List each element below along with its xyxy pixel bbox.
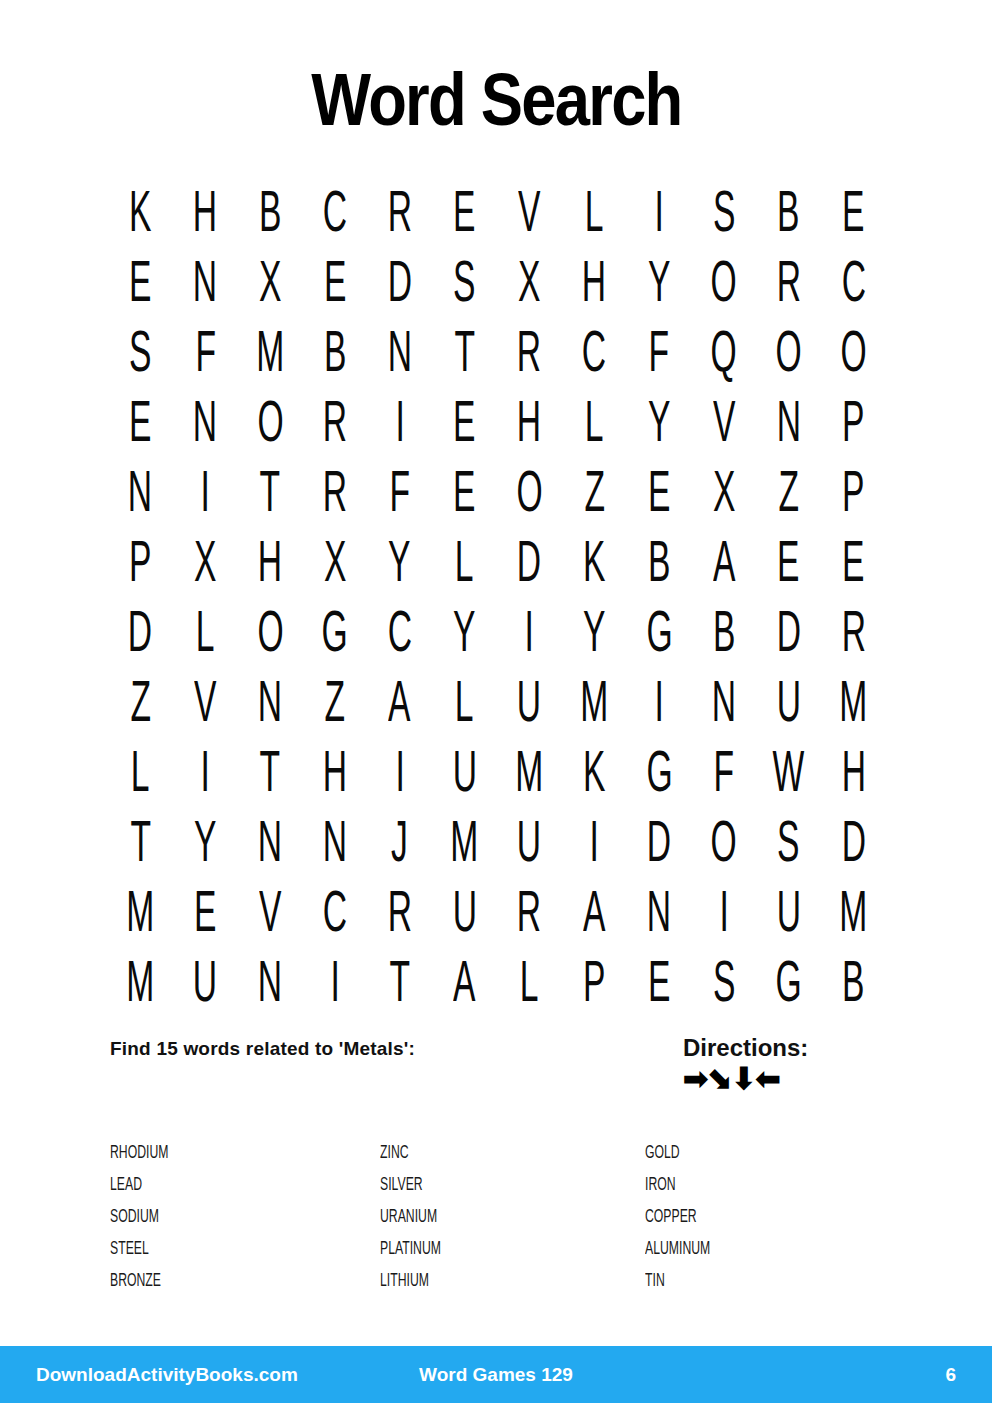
grid-letter: U	[452, 742, 476, 800]
arrow-down-icon: ⬇	[731, 1064, 755, 1094]
grid-letter: N	[388, 322, 412, 380]
grid-cell-l2: C	[821, 246, 886, 316]
grid-letter: I	[330, 952, 339, 1010]
grid-cell-h12: P	[562, 946, 627, 1016]
grid-letter: N	[647, 882, 671, 940]
word-item-steel: STEEL	[110, 1233, 380, 1265]
grid-cell-a3: S	[108, 316, 173, 386]
grid-letter: V	[194, 672, 216, 730]
grid-cell-d10: N	[303, 806, 368, 876]
word-item-zinc: ZINC	[380, 1136, 645, 1168]
word-label: GOLD	[645, 1142, 680, 1163]
grid-letter: O	[840, 322, 866, 380]
grid-letter: S	[778, 812, 800, 870]
grid-letter: S	[713, 952, 735, 1010]
grid-cell-l8: M	[821, 666, 886, 736]
grid-letter: N	[777, 392, 801, 450]
grid-letter: M	[451, 812, 479, 870]
grid-cell-k5: Z	[756, 456, 821, 526]
grid-letter: G	[646, 602, 672, 660]
grid-cell-d5: R	[303, 456, 368, 526]
grid-cell-j4: V	[692, 386, 757, 456]
grid-cell-j9: F	[692, 736, 757, 806]
grid-cell-f6: L	[432, 526, 497, 596]
grid-letter: M	[126, 882, 154, 940]
grid-letter: F	[714, 742, 735, 800]
grid-letter: I	[654, 182, 663, 240]
grid-cell-k11: U	[756, 876, 821, 946]
grid-cell-d6: X	[303, 526, 368, 596]
grid-cell-e4: I	[367, 386, 432, 456]
grid-letter: P	[842, 462, 864, 520]
word-label: ALUMINUM	[645, 1238, 710, 1259]
grid-cell-d3: B	[303, 316, 368, 386]
grid-letter: N	[323, 812, 347, 870]
grid-cell-f2: S	[432, 246, 497, 316]
grid-cell-f1: E	[432, 176, 497, 246]
grid-cell-h11: A	[562, 876, 627, 946]
grid-cell-e7: C	[367, 596, 432, 666]
grid-letter: I	[525, 602, 534, 660]
grid-cell-a8: Z	[108, 666, 173, 736]
grid-letter: L	[131, 742, 150, 800]
footer-bar: DownloadActivityBooks.com Word Games 129…	[0, 1346, 992, 1403]
grid-cell-f12: A	[432, 946, 497, 1016]
grid-cell-a11: M	[108, 876, 173, 946]
grid-letter: U	[517, 672, 541, 730]
grid-cell-l9: H	[821, 736, 886, 806]
grid-letter: Z	[778, 462, 799, 520]
grid-letter: N	[193, 252, 217, 310]
grid-letter: T	[130, 812, 151, 870]
grid-cell-i4: Y	[627, 386, 692, 456]
grid-letter: E	[453, 392, 475, 450]
grid-letter: B	[778, 182, 800, 240]
grid-cell-e5: F	[367, 456, 432, 526]
grid-letter: E	[648, 462, 670, 520]
grid-letter: Z	[325, 672, 346, 730]
word-label: PLATINUM	[380, 1238, 441, 1259]
grid-cell-a5: N	[108, 456, 173, 526]
grid-letter: B	[324, 322, 346, 380]
word-label: COPPER	[645, 1206, 697, 1227]
grid-letter: M	[256, 322, 284, 380]
grid-cell-b11: E	[173, 876, 238, 946]
word-label: TIN	[645, 1270, 665, 1291]
grid-letter: A	[583, 882, 605, 940]
grid-cell-l5: P	[821, 456, 886, 526]
grid-cell-k2: R	[756, 246, 821, 316]
grid-cell-f8: L	[432, 666, 497, 736]
grid-cell-f9: U	[432, 736, 497, 806]
grid-cell-a6: P	[108, 526, 173, 596]
grid-cell-h2: H	[562, 246, 627, 316]
grid-letter: H	[517, 392, 541, 450]
grid-cell-i3: F	[627, 316, 692, 386]
grid-letter: B	[842, 952, 864, 1010]
grid-letter: H	[323, 742, 347, 800]
grid-letter: R	[517, 882, 541, 940]
grid-letter: U	[517, 812, 541, 870]
word-item-tin: TIN	[645, 1265, 890, 1297]
grid-letter: E	[778, 532, 800, 590]
grid-letter: R	[388, 882, 412, 940]
grid-cell-j2: O	[692, 246, 757, 316]
grid-cell-a2: E	[108, 246, 173, 316]
grid-letter: Q	[711, 322, 737, 380]
grid-cell-i11: N	[627, 876, 692, 946]
grid-cell-k6: E	[756, 526, 821, 596]
grid-cell-j3: Q	[692, 316, 757, 386]
grid-letter: I	[654, 672, 663, 730]
grid-cell-d1: C	[303, 176, 368, 246]
grid-cell-e8: A	[367, 666, 432, 736]
grid-cell-c4: O	[238, 386, 303, 456]
grid-cell-h3: C	[562, 316, 627, 386]
grid-cell-e3: N	[367, 316, 432, 386]
grid-letter: E	[453, 462, 475, 520]
grid-letter: D	[647, 812, 671, 870]
grid-cell-c2: X	[238, 246, 303, 316]
grid-cell-e11: R	[367, 876, 432, 946]
grid-letter: R	[841, 602, 865, 660]
grid-cell-h9: K	[562, 736, 627, 806]
grid-letter: D	[841, 812, 865, 870]
grid-letter: W	[773, 742, 805, 800]
grid-cell-c3: M	[238, 316, 303, 386]
grid-cell-h4: L	[562, 386, 627, 456]
grid-cell-c7: O	[238, 596, 303, 666]
grid-cell-d11: C	[303, 876, 368, 946]
grid-letter: E	[842, 532, 864, 590]
grid-letter: U	[777, 882, 801, 940]
grid-cell-f3: T	[432, 316, 497, 386]
grid-cell-i9: G	[627, 736, 692, 806]
grid-letter: Y	[389, 532, 411, 590]
grid-cell-f11: U	[432, 876, 497, 946]
word-label: LITHIUM	[380, 1270, 429, 1291]
grid-cell-b7: L	[173, 596, 238, 666]
grid-cell-k10: S	[756, 806, 821, 876]
grid-cell-g10: U	[497, 806, 562, 876]
grid-letter: V	[518, 182, 540, 240]
grid-cell-l11: M	[821, 876, 886, 946]
grid-cell-l6: E	[821, 526, 886, 596]
grid-letter: O	[257, 392, 283, 450]
arrow-right-icon: ➡	[683, 1064, 707, 1094]
grid-letter: A	[713, 532, 735, 590]
footer-website: DownloadActivityBooks.com	[36, 1364, 298, 1386]
grid-letter: P	[583, 952, 605, 1010]
grid-cell-b6: X	[173, 526, 238, 596]
grid-cell-j12: S	[692, 946, 757, 1016]
grid-letter: V	[259, 882, 281, 940]
grid-cell-d12: I	[303, 946, 368, 1016]
word-label: SILVER	[380, 1174, 423, 1195]
grid-letter: I	[719, 882, 728, 940]
grid-cell-j5: X	[692, 456, 757, 526]
word-list-column: RHODIUMLEADSODIUMSTEELBRONZE	[110, 1136, 380, 1297]
grid-cell-k4: N	[756, 386, 821, 456]
grid-cell-b3: F	[173, 316, 238, 386]
grid-cell-j8: N	[692, 666, 757, 736]
grid-letter: C	[388, 602, 412, 660]
directions-arrows: ➡⬊⬇⬅	[683, 1064, 808, 1094]
grid-letter: M	[580, 672, 608, 730]
grid-cell-c12: N	[238, 946, 303, 1016]
grid-letter: G	[646, 742, 672, 800]
footer-page-number: 6	[945, 1364, 956, 1386]
grid-cell-b9: I	[173, 736, 238, 806]
grid-letter: L	[455, 532, 474, 590]
grid-letter: V	[713, 392, 735, 450]
word-list-column: GOLDIRONCOPPERALUMINUMTIN	[645, 1136, 890, 1297]
grid-cell-h10: I	[562, 806, 627, 876]
word-item-copper: COPPER	[645, 1200, 890, 1232]
grid-cell-l10: D	[821, 806, 886, 876]
grid-cell-d9: H	[303, 736, 368, 806]
grid-letter: R	[777, 252, 801, 310]
grid-letter: X	[324, 532, 346, 590]
grid-cell-f5: E	[432, 456, 497, 526]
grid-letter: G	[322, 602, 348, 660]
grid-letter: X	[259, 252, 281, 310]
grid-cell-h8: M	[562, 666, 627, 736]
grid-letter: P	[129, 532, 151, 590]
grid-cell-c8: N	[238, 666, 303, 736]
grid-cell-a12: M	[108, 946, 173, 1016]
word-item-iron: IRON	[645, 1168, 890, 1200]
grid-letter: Y	[194, 812, 216, 870]
grid-letter: E	[842, 182, 864, 240]
grid-cell-e6: Y	[367, 526, 432, 596]
grid-letter: D	[777, 602, 801, 660]
grid-cell-d7: G	[303, 596, 368, 666]
word-item-aluminum: ALUMINUM	[645, 1233, 890, 1265]
grid-cell-h1: L	[562, 176, 627, 246]
worksheet-page: Word Search KHBCREVLISBEENXEDSXHYORCSFMB…	[0, 0, 992, 1403]
grid-letter: E	[129, 392, 151, 450]
grid-letter: R	[323, 462, 347, 520]
grid-cell-h5: Z	[562, 456, 627, 526]
grid-cell-f7: Y	[432, 596, 497, 666]
grid-cell-e10: J	[367, 806, 432, 876]
grid-letter: C	[323, 182, 347, 240]
grid-letter: L	[520, 952, 539, 1010]
page-title: Word Search	[0, 58, 992, 140]
grid-letter: L	[585, 392, 604, 450]
grid-cell-g2: X	[497, 246, 562, 316]
grid-cell-j6: A	[692, 526, 757, 596]
grid-letter: Y	[453, 602, 475, 660]
grid-cell-a4: E	[108, 386, 173, 456]
grid-letter: B	[713, 602, 735, 660]
grid-letter: L	[455, 672, 474, 730]
grid-letter: T	[260, 462, 281, 520]
grid-cell-d2: E	[303, 246, 368, 316]
grid-cell-k3: O	[756, 316, 821, 386]
grid-cell-g11: R	[497, 876, 562, 946]
grid-letter: L	[585, 182, 604, 240]
grid-cell-a7: D	[108, 596, 173, 666]
word-list: RHODIUMLEADSODIUMSTEELBRONZE ZINCSILVERU…	[110, 1136, 890, 1297]
grid-letter: Y	[583, 602, 605, 660]
grid-letter: S	[453, 252, 475, 310]
grid-cell-g8: U	[497, 666, 562, 736]
grid-letter: U	[452, 882, 476, 940]
word-label: SODIUM	[110, 1206, 159, 1227]
word-item-silver: SILVER	[380, 1168, 645, 1200]
grid-cell-c10: N	[238, 806, 303, 876]
grid-letter: B	[648, 532, 670, 590]
grid-letter: D	[517, 532, 541, 590]
grid-letter: L	[196, 602, 215, 660]
grid-letter: X	[713, 462, 735, 520]
grid-cell-i12: E	[627, 946, 692, 1016]
word-label: STEEL	[110, 1238, 149, 1259]
grid-cell-i6: B	[627, 526, 692, 596]
grid-letter: S	[129, 322, 151, 380]
grid-cell-a9: L	[108, 736, 173, 806]
grid-cell-l12: B	[821, 946, 886, 1016]
grid-cell-h7: Y	[562, 596, 627, 666]
grid-letter: K	[583, 532, 605, 590]
grid-cell-i1: I	[627, 176, 692, 246]
grid-letter: T	[260, 742, 281, 800]
grid-cell-i2: Y	[627, 246, 692, 316]
grid-letter: I	[201, 462, 210, 520]
word-label: IRON	[645, 1174, 676, 1195]
grid-letter: D	[388, 252, 412, 310]
grid-letter: F	[389, 462, 410, 520]
grid-cell-c1: B	[238, 176, 303, 246]
grid-cell-g4: H	[497, 386, 562, 456]
grid-cell-b10: Y	[173, 806, 238, 876]
grid-letter: D	[128, 602, 152, 660]
grid-letter: H	[193, 182, 217, 240]
grid-cell-g5: O	[497, 456, 562, 526]
grid-letter: J	[391, 812, 408, 870]
grid-letter: I	[395, 742, 404, 800]
grid-letter: F	[195, 322, 216, 380]
word-label: BRONZE	[110, 1270, 161, 1291]
grid-cell-i8: I	[627, 666, 692, 736]
grid-cell-g1: V	[497, 176, 562, 246]
grid-cell-l3: O	[821, 316, 886, 386]
grid-letter: C	[323, 882, 347, 940]
grid-cell-j1: S	[692, 176, 757, 246]
grid-letter: G	[776, 952, 802, 1010]
grid-letter: U	[193, 952, 217, 1010]
grid-cell-b4: N	[173, 386, 238, 456]
grid-cell-c6: H	[238, 526, 303, 596]
grid-letter: E	[194, 882, 216, 940]
grid-cell-e2: D	[367, 246, 432, 316]
grid-cell-a10: T	[108, 806, 173, 876]
grid-letter: A	[389, 672, 411, 730]
grid-letter: M	[840, 672, 868, 730]
grid-cell-h6: K	[562, 526, 627, 596]
grid-cell-c5: T	[238, 456, 303, 526]
grid-letter: Z	[130, 672, 151, 730]
grid-letter: M	[840, 882, 868, 940]
word-grid: KHBCREVLISBEENXEDSXHYORCSFMBNTRCFQOOENOR…	[108, 176, 886, 1016]
grid-cell-g7: I	[497, 596, 562, 666]
grid-letter: E	[129, 252, 151, 310]
grid-letter: Y	[648, 392, 670, 450]
grid-cell-e12: T	[367, 946, 432, 1016]
grid-cell-b5: I	[173, 456, 238, 526]
grid-cell-l7: R	[821, 596, 886, 666]
grid-cell-g12: L	[497, 946, 562, 1016]
grid-cell-b1: H	[173, 176, 238, 246]
grid-cell-g9: M	[497, 736, 562, 806]
grid-letter: H	[258, 532, 282, 590]
grid-cell-i10: D	[627, 806, 692, 876]
grid-letter: B	[259, 182, 281, 240]
grid-cell-b8: V	[173, 666, 238, 736]
grid-letter: X	[194, 532, 216, 590]
find-words-instruction: Find 15 words related to 'Metals':	[110, 1038, 415, 1060]
grid-letter: T	[454, 322, 475, 380]
grid-letter: S	[713, 182, 735, 240]
grid-cell-f10: M	[432, 806, 497, 876]
grid-cell-f4: E	[432, 386, 497, 456]
word-label: URANIUM	[380, 1206, 437, 1227]
grid-letter: Y	[648, 252, 670, 310]
grid-letter: N	[193, 392, 217, 450]
grid-letter: I	[201, 742, 210, 800]
grid-letter: K	[583, 742, 605, 800]
grid-cell-k9: W	[756, 736, 821, 806]
grid-letter: R	[388, 182, 412, 240]
directions-block: Directions: ➡⬊⬇⬅	[683, 1034, 808, 1094]
grid-cell-j10: O	[692, 806, 757, 876]
grid-cell-c11: V	[238, 876, 303, 946]
grid-letter: N	[258, 812, 282, 870]
grid-cell-k12: G	[756, 946, 821, 1016]
grid-cell-e1: R	[367, 176, 432, 246]
arrow-down-right-icon: ⬊	[707, 1064, 731, 1094]
word-item-lithium: LITHIUM	[380, 1265, 645, 1297]
grid-cell-e9: I	[367, 736, 432, 806]
grid-cell-i5: E	[627, 456, 692, 526]
grid-letter: O	[711, 252, 737, 310]
grid-cell-j7: B	[692, 596, 757, 666]
grid-cell-l4: P	[821, 386, 886, 456]
grid-cell-b2: N	[173, 246, 238, 316]
word-label: ZINC	[380, 1142, 409, 1163]
grid-letter: T	[389, 952, 410, 1010]
grid-cell-g3: R	[497, 316, 562, 386]
word-item-gold: GOLD	[645, 1136, 890, 1168]
grid-letter: O	[776, 322, 802, 380]
arrow-left-icon: ⬅	[755, 1064, 779, 1094]
grid-letter: E	[453, 182, 475, 240]
grid-cell-d4: R	[303, 386, 368, 456]
word-label: RHODIUM	[110, 1142, 168, 1163]
grid-cell-c9: T	[238, 736, 303, 806]
grid-letter: H	[841, 742, 865, 800]
directions-label: Directions:	[683, 1034, 808, 1062]
grid-cell-k8: U	[756, 666, 821, 736]
grid-letter: O	[711, 812, 737, 870]
grid-letter: C	[841, 252, 865, 310]
grid-letter: E	[648, 952, 670, 1010]
grid-letter: F	[649, 322, 670, 380]
grid-letter: H	[582, 252, 606, 310]
grid-cell-b12: U	[173, 946, 238, 1016]
